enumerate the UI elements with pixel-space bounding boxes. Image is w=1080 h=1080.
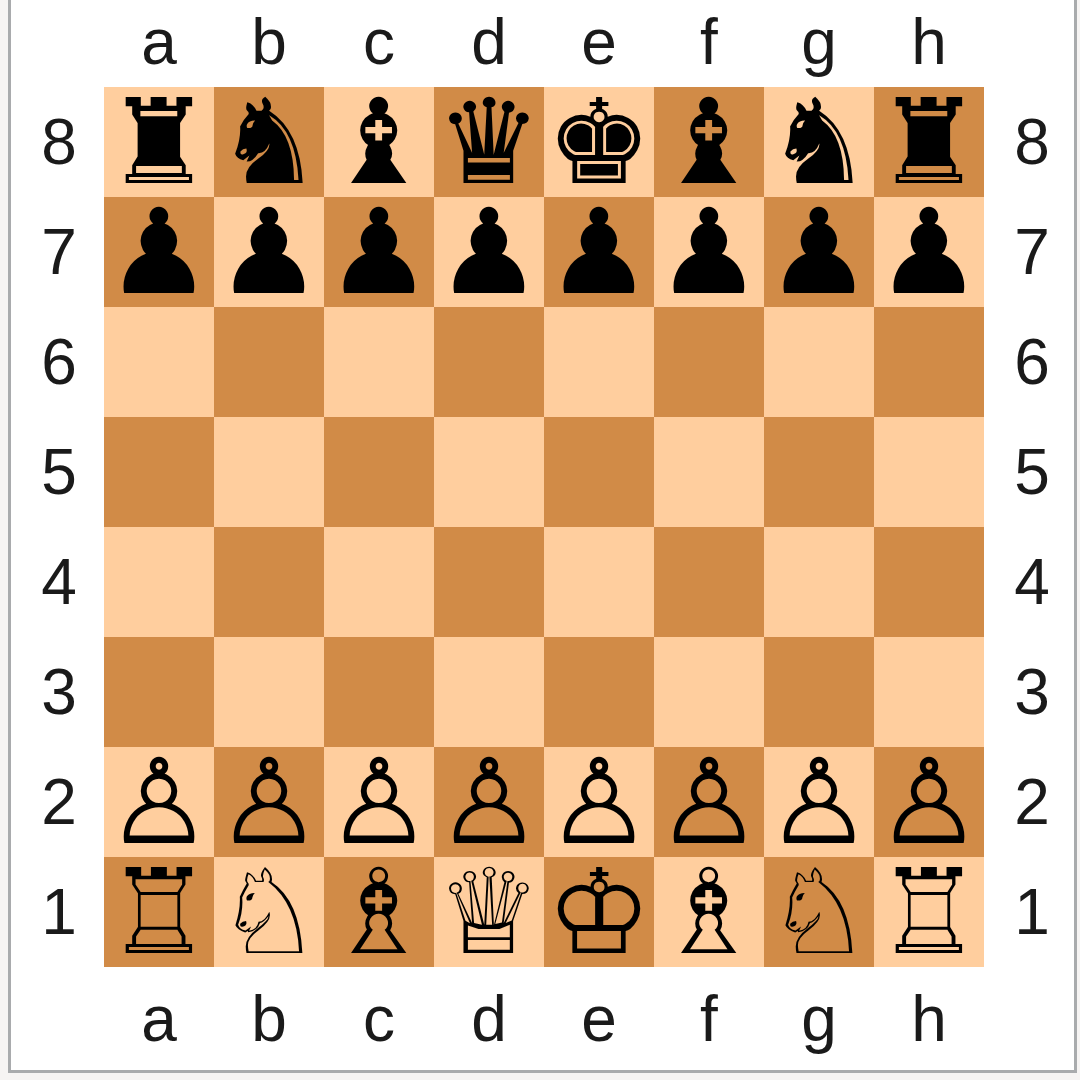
- piece-white-pawn-c2[interactable]: ♙: [326, 747, 432, 857]
- piece-white-pawn-h2[interactable]: ♙: [876, 747, 982, 857]
- square-e6[interactable]: [544, 307, 654, 417]
- square-d6[interactable]: [434, 307, 544, 417]
- piece-white-rook-h1[interactable]: ♖: [876, 857, 982, 967]
- square-g7[interactable]: ♟: [764, 197, 874, 307]
- square-g3[interactable]: [764, 637, 874, 747]
- square-h4[interactable]: [874, 527, 984, 637]
- square-g6[interactable]: [764, 307, 874, 417]
- piece-white-knight-g1[interactable]: ♘: [766, 857, 872, 967]
- square-a7[interactable]: ♟: [104, 197, 214, 307]
- square-a8[interactable]: ♜: [104, 87, 214, 197]
- file-label-bottom-a: a: [104, 967, 214, 1071]
- square-f7[interactable]: ♟: [654, 197, 764, 307]
- square-b2[interactable]: ♙: [214, 747, 324, 857]
- square-f3[interactable]: [654, 637, 764, 747]
- square-h6[interactable]: [874, 307, 984, 417]
- piece-white-bishop-f1[interactable]: ♗: [656, 857, 762, 967]
- square-f5[interactable]: [654, 417, 764, 527]
- square-g4[interactable]: [764, 527, 874, 637]
- square-b8[interactable]: ♞: [214, 87, 324, 197]
- piece-white-knight-b1[interactable]: ♘: [216, 857, 322, 967]
- piece-white-rook-a1[interactable]: ♖: [106, 857, 212, 967]
- square-b4[interactable]: [214, 527, 324, 637]
- file-labels-bottom: abcdefgh: [104, 967, 984, 1071]
- piece-black-pawn-d7[interactable]: ♟: [436, 197, 542, 307]
- square-e2[interactable]: ♙: [544, 747, 654, 857]
- square-e1[interactable]: ♔: [544, 857, 654, 967]
- square-h7[interactable]: ♟: [874, 197, 984, 307]
- square-e3[interactable]: [544, 637, 654, 747]
- square-e5[interactable]: [544, 417, 654, 527]
- rank-label-left-1: 1: [14, 857, 104, 967]
- square-a6[interactable]: [104, 307, 214, 417]
- rank-label-right-1: 1: [984, 857, 1080, 967]
- square-d3[interactable]: [434, 637, 544, 747]
- rank-label-right-3: 3: [984, 637, 1080, 747]
- piece-white-pawn-f2[interactable]: ♙: [656, 747, 762, 857]
- file-label-bottom-d: d: [434, 967, 544, 1071]
- rank-label-left-5: 5: [14, 417, 104, 527]
- square-c7[interactable]: ♟: [324, 197, 434, 307]
- rank-label-left-7: 7: [14, 197, 104, 307]
- square-h3[interactable]: [874, 637, 984, 747]
- square-d1[interactable]: ♕: [434, 857, 544, 967]
- square-a2[interactable]: ♙: [104, 747, 214, 857]
- square-a5[interactable]: [104, 417, 214, 527]
- file-label-bottom-e: e: [544, 967, 654, 1071]
- square-a3[interactable]: [104, 637, 214, 747]
- piece-black-pawn-e7[interactable]: ♟: [546, 197, 652, 307]
- rank-label-right-7: 7: [984, 197, 1080, 307]
- file-label-bottom-h: h: [874, 967, 984, 1071]
- square-f8[interactable]: ♝: [654, 87, 764, 197]
- square-c2[interactable]: ♙: [324, 747, 434, 857]
- square-c3[interactable]: [324, 637, 434, 747]
- rank-labels-right: 87654321: [984, 87, 1080, 967]
- square-f4[interactable]: [654, 527, 764, 637]
- square-f2[interactable]: ♙: [654, 747, 764, 857]
- square-c4[interactable]: [324, 527, 434, 637]
- piece-black-pawn-h7[interactable]: ♟: [876, 197, 982, 307]
- piece-black-king-e8[interactable]: ♚: [546, 87, 652, 197]
- square-c5[interactable]: [324, 417, 434, 527]
- diagram-frame: abcdefgh ♜♞♝♛♚♝♞♜♟♟♟♟♟♟♟♟♙♙♙♙♙♙♙♙♖♘♗♕♔♗♘…: [8, 0, 1077, 1073]
- square-b7[interactable]: ♟: [214, 197, 324, 307]
- file-label-bottom-g: g: [764, 967, 874, 1071]
- square-f1[interactable]: ♗: [654, 857, 764, 967]
- piece-white-pawn-d2[interactable]: ♙: [436, 747, 542, 857]
- piece-black-bishop-c8[interactable]: ♝: [326, 87, 432, 197]
- rank-label-right-5: 5: [984, 417, 1080, 527]
- piece-black-bishop-f8[interactable]: ♝: [656, 87, 762, 197]
- piece-white-pawn-e2[interactable]: ♙: [546, 747, 652, 857]
- square-d8[interactable]: ♛: [434, 87, 544, 197]
- piece-white-queen-d1[interactable]: ♕: [436, 857, 542, 967]
- square-h5[interactable]: [874, 417, 984, 527]
- square-d4[interactable]: [434, 527, 544, 637]
- square-e8[interactable]: ♚: [544, 87, 654, 197]
- rank-label-left-2: 2: [14, 747, 104, 857]
- piece-white-pawn-b2[interactable]: ♙: [216, 747, 322, 857]
- piece-white-pawn-a2[interactable]: ♙: [106, 747, 212, 857]
- chess-board[interactable]: ♜♞♝♛♚♝♞♜♟♟♟♟♟♟♟♟♙♙♙♙♙♙♙♙♖♘♗♕♔♗♘♖: [104, 87, 984, 967]
- square-d7[interactable]: ♟: [434, 197, 544, 307]
- square-b5[interactable]: [214, 417, 324, 527]
- rank-label-right-8: 8: [984, 87, 1080, 197]
- square-g1[interactable]: ♘: [764, 857, 874, 967]
- piece-black-pawn-a7[interactable]: ♟: [106, 197, 212, 307]
- square-h8[interactable]: ♜: [874, 87, 984, 197]
- piece-black-pawn-g7[interactable]: ♟: [766, 197, 872, 307]
- square-c6[interactable]: [324, 307, 434, 417]
- file-label-bottom-b: b: [214, 967, 324, 1071]
- piece-black-pawn-c7[interactable]: ♟: [326, 197, 432, 307]
- rank-label-left-4: 4: [14, 527, 104, 637]
- piece-black-queen-d8[interactable]: ♛: [436, 87, 542, 197]
- square-c1[interactable]: ♗: [324, 857, 434, 967]
- rank-label-left-3: 3: [14, 637, 104, 747]
- square-g2[interactable]: ♙: [764, 747, 874, 857]
- square-h2[interactable]: ♙: [874, 747, 984, 857]
- square-g8[interactable]: ♞: [764, 87, 874, 197]
- rank-label-right-4: 4: [984, 527, 1080, 637]
- piece-black-pawn-b7[interactable]: ♟: [216, 197, 322, 307]
- rank-label-right-6: 6: [984, 307, 1080, 417]
- square-a4[interactable]: [104, 527, 214, 637]
- piece-black-knight-g8[interactable]: ♞: [766, 87, 872, 197]
- square-f6[interactable]: [654, 307, 764, 417]
- square-h1[interactable]: ♖: [874, 857, 984, 967]
- square-c8[interactable]: ♝: [324, 87, 434, 197]
- file-label-bottom-c: c: [324, 967, 434, 1071]
- square-e7[interactable]: ♟: [544, 197, 654, 307]
- square-b1[interactable]: ♘: [214, 857, 324, 967]
- piece-black-rook-h8[interactable]: ♜: [876, 87, 982, 197]
- rank-label-left-8: 8: [14, 87, 104, 197]
- square-a1[interactable]: ♖: [104, 857, 214, 967]
- square-d2[interactable]: ♙: [434, 747, 544, 857]
- rank-label-right-2: 2: [984, 747, 1080, 857]
- square-g5[interactable]: [764, 417, 874, 527]
- piece-white-pawn-g2[interactable]: ♙: [766, 747, 872, 857]
- square-b6[interactable]: [214, 307, 324, 417]
- piece-black-knight-b8[interactable]: ♞: [216, 87, 322, 197]
- square-b3[interactable]: [214, 637, 324, 747]
- piece-black-pawn-f7[interactable]: ♟: [656, 197, 762, 307]
- file-label-bottom-f: f: [654, 967, 764, 1071]
- rank-label-left-6: 6: [14, 307, 104, 417]
- piece-white-king-e1[interactable]: ♔: [546, 857, 652, 967]
- piece-black-rook-a8[interactable]: ♜: [106, 87, 212, 197]
- square-d5[interactable]: [434, 417, 544, 527]
- rank-labels-left: 87654321: [14, 87, 104, 967]
- piece-white-bishop-c1[interactable]: ♗: [326, 857, 432, 967]
- square-e4[interactable]: [544, 527, 654, 637]
